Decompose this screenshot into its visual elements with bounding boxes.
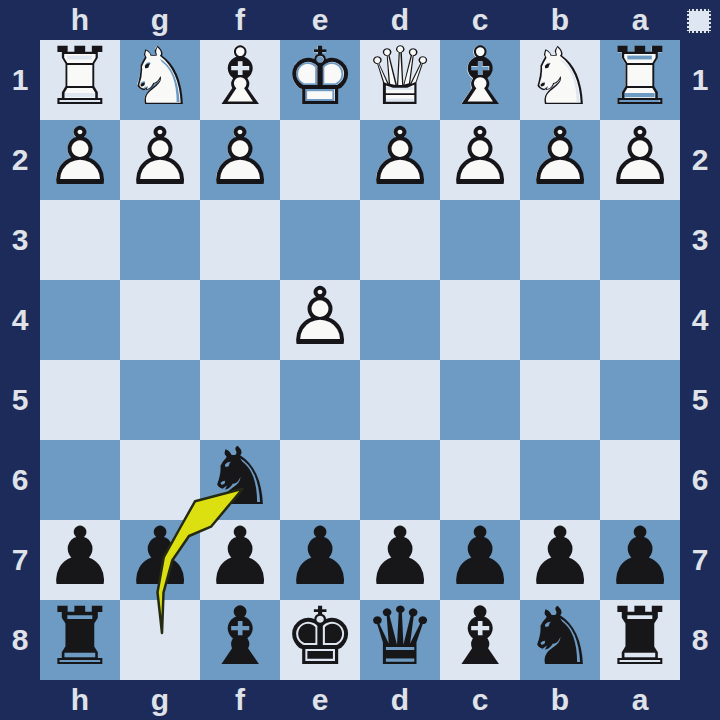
rank-labels-left: 12345678 bbox=[0, 40, 40, 680]
piece-white-pawn-f2[interactable]: ♟♙ bbox=[200, 120, 280, 200]
rank-label-3-right: 3 bbox=[680, 200, 720, 280]
square-e7[interactable]: ♟ bbox=[280, 520, 360, 600]
rank-label-1-right: 1 bbox=[680, 40, 720, 120]
black-piece-fill: ♟ bbox=[524, 517, 596, 597]
square-f8[interactable]: ♝ bbox=[200, 600, 280, 680]
square-d3[interactable] bbox=[360, 200, 440, 280]
piece-white-queen-d1[interactable]: ♛♕ bbox=[360, 40, 440, 120]
square-a1[interactable]: ♜♖ bbox=[600, 40, 680, 120]
white-piece-outline: ♗ bbox=[444, 37, 516, 117]
rank-labels-right: 12345678 bbox=[680, 40, 720, 680]
square-a2[interactable]: ♟♙ bbox=[600, 120, 680, 200]
rank-label-1-left: 1 bbox=[0, 40, 40, 120]
square-h6[interactable] bbox=[40, 440, 120, 520]
piece-black-knight-f6[interactable]: ♞ bbox=[200, 440, 280, 520]
rank-label-5-left: 5 bbox=[0, 360, 40, 440]
white-piece-outline: ♔ bbox=[284, 37, 356, 117]
square-h7[interactable]: ♟ bbox=[40, 520, 120, 600]
square-g6[interactable] bbox=[120, 440, 200, 520]
black-piece-fill: ♟ bbox=[204, 517, 276, 597]
black-piece-fill: ♜ bbox=[44, 597, 116, 677]
square-a3[interactable] bbox=[600, 200, 680, 280]
square-b3[interactable] bbox=[520, 200, 600, 280]
file-labels-bottom: hgfedcba bbox=[40, 680, 680, 720]
white-piece-outline: ♖ bbox=[44, 37, 116, 117]
rank-label-4-right: 4 bbox=[680, 280, 720, 360]
square-h4[interactable] bbox=[40, 280, 120, 360]
square-f4[interactable] bbox=[200, 280, 280, 360]
square-h8[interactable]: ♜ bbox=[40, 600, 120, 680]
piece-black-rook-h8[interactable]: ♜ bbox=[40, 600, 120, 680]
white-piece-outline: ♗ bbox=[204, 37, 276, 117]
square-g5[interactable] bbox=[120, 360, 200, 440]
square-d6[interactable] bbox=[360, 440, 440, 520]
piece-black-pawn-c7[interactable]: ♟ bbox=[440, 520, 520, 600]
square-d7[interactable]: ♟ bbox=[360, 520, 440, 600]
square-g7[interactable]: ♟ bbox=[120, 520, 200, 600]
square-d1[interactable]: ♛♕ bbox=[360, 40, 440, 120]
square-b2[interactable]: ♟♙ bbox=[520, 120, 600, 200]
square-a7[interactable]: ♟ bbox=[600, 520, 680, 600]
square-e6[interactable] bbox=[280, 440, 360, 520]
white-piece-outline: ♙ bbox=[124, 117, 196, 197]
piece-black-pawn-b7[interactable]: ♟ bbox=[520, 520, 600, 600]
square-c2[interactable]: ♟♙ bbox=[440, 120, 520, 200]
black-piece-fill: ♟ bbox=[44, 517, 116, 597]
white-piece-outline: ♙ bbox=[604, 117, 676, 197]
square-b7[interactable]: ♟ bbox=[520, 520, 600, 600]
square-a8[interactable]: ♜ bbox=[600, 600, 680, 680]
piece-white-rook-h1[interactable]: ♜♖ bbox=[40, 40, 120, 120]
piece-black-bishop-f8[interactable]: ♝ bbox=[200, 600, 280, 680]
file-label-d-bottom: d bbox=[360, 680, 440, 720]
piece-black-pawn-d7[interactable]: ♟ bbox=[360, 520, 440, 600]
rank-label-5-right: 5 bbox=[680, 360, 720, 440]
rank-label-2-right: 2 bbox=[680, 120, 720, 200]
square-b1[interactable]: ♞♘ bbox=[520, 40, 600, 120]
square-h5[interactable] bbox=[40, 360, 120, 440]
file-label-f-bottom: f bbox=[200, 680, 280, 720]
chess-board: ♜♖♞♘♝♗♚♔♛♕♝♗♞♘♜♖♟♙♟♙♟♙♟♙♟♙♟♙♟♙♟♙♞♟♟♟♟♟♟♟… bbox=[40, 40, 680, 680]
square-d4[interactable] bbox=[360, 280, 440, 360]
square-a6[interactable] bbox=[600, 440, 680, 520]
square-e5[interactable] bbox=[280, 360, 360, 440]
square-c5[interactable] bbox=[440, 360, 520, 440]
rank-label-6-right: 6 bbox=[680, 440, 720, 520]
square-c8[interactable]: ♝ bbox=[440, 600, 520, 680]
white-piece-outline: ♙ bbox=[444, 117, 516, 197]
square-e1[interactable]: ♚♔ bbox=[280, 40, 360, 120]
white-piece-outline: ♙ bbox=[524, 117, 596, 197]
rank-label-8-left: 8 bbox=[0, 600, 40, 680]
square-f2[interactable]: ♟♙ bbox=[200, 120, 280, 200]
piece-white-king-e1[interactable]: ♚♔ bbox=[280, 40, 360, 120]
white-piece-outline: ♖ bbox=[604, 37, 676, 117]
file-label-c-bottom: c bbox=[440, 680, 520, 720]
black-piece-fill: ♟ bbox=[284, 517, 356, 597]
white-piece-outline: ♙ bbox=[204, 117, 276, 197]
square-g2[interactable]: ♟♙ bbox=[120, 120, 200, 200]
white-piece-outline: ♙ bbox=[44, 117, 116, 197]
piece-black-knight-b8[interactable]: ♞ bbox=[520, 600, 600, 680]
rank-label-8-right: 8 bbox=[680, 600, 720, 680]
square-a4[interactable] bbox=[600, 280, 680, 360]
rank-label-6-left: 6 bbox=[0, 440, 40, 520]
black-piece-fill: ♚ bbox=[284, 597, 356, 677]
square-c4[interactable] bbox=[440, 280, 520, 360]
square-b5[interactable] bbox=[520, 360, 600, 440]
square-f6[interactable]: ♞ bbox=[200, 440, 280, 520]
square-d2[interactable]: ♟♙ bbox=[360, 120, 440, 200]
black-piece-fill: ♜ bbox=[604, 597, 676, 677]
rank-label-3-left: 3 bbox=[0, 200, 40, 280]
black-piece-fill: ♟ bbox=[124, 517, 196, 597]
square-h2[interactable]: ♟♙ bbox=[40, 120, 120, 200]
white-piece-outline: ♕ bbox=[364, 37, 436, 117]
black-piece-fill: ♞ bbox=[524, 597, 596, 677]
black-piece-fill: ♟ bbox=[444, 517, 516, 597]
square-d5[interactable] bbox=[360, 360, 440, 440]
black-piece-fill: ♟ bbox=[604, 517, 676, 597]
square-c3[interactable] bbox=[440, 200, 520, 280]
file-label-a-bottom: a bbox=[600, 680, 680, 720]
black-piece-fill: ♞ bbox=[204, 437, 276, 517]
square-g8[interactable] bbox=[120, 600, 200, 680]
piece-white-pawn-b2[interactable]: ♟♙ bbox=[520, 120, 600, 200]
square-e8[interactable]: ♚ bbox=[280, 600, 360, 680]
file-label-e-bottom: e bbox=[280, 680, 360, 720]
piece-black-pawn-f7[interactable]: ♟ bbox=[200, 520, 280, 600]
square-d8[interactable]: ♛ bbox=[360, 600, 440, 680]
piece-black-pawn-g7[interactable]: ♟ bbox=[120, 520, 200, 600]
square-h3[interactable] bbox=[40, 200, 120, 280]
white-piece-outline: ♙ bbox=[364, 117, 436, 197]
square-f3[interactable] bbox=[200, 200, 280, 280]
rank-label-4-left: 4 bbox=[0, 280, 40, 360]
piece-white-pawn-a2[interactable]: ♟♙ bbox=[600, 120, 680, 200]
square-f1[interactable]: ♝♗ bbox=[200, 40, 280, 120]
square-a5[interactable] bbox=[600, 360, 680, 440]
rank-label-7-left: 7 bbox=[0, 520, 40, 600]
piece-black-bishop-c8[interactable]: ♝ bbox=[440, 600, 520, 680]
piece-white-bishop-f1[interactable]: ♝♗ bbox=[200, 40, 280, 120]
black-piece-fill: ♝ bbox=[204, 597, 276, 677]
file-label-b-bottom: b bbox=[520, 680, 600, 720]
file-label-h-bottom: h bbox=[40, 680, 120, 720]
white-to-move-indicator bbox=[687, 9, 711, 33]
square-e3[interactable] bbox=[280, 200, 360, 280]
piece-white-bishop-c1[interactable]: ♝♗ bbox=[440, 40, 520, 120]
file-label-g-bottom: g bbox=[120, 680, 200, 720]
black-piece-fill: ♝ bbox=[444, 597, 516, 677]
square-h1[interactable]: ♜♖ bbox=[40, 40, 120, 120]
white-piece-outline: ♘ bbox=[524, 37, 596, 117]
square-g3[interactable] bbox=[120, 200, 200, 280]
white-piece-outline: ♙ bbox=[284, 277, 356, 357]
piece-black-pawn-e7[interactable]: ♟ bbox=[280, 520, 360, 600]
square-f7[interactable]: ♟ bbox=[200, 520, 280, 600]
square-c1[interactable]: ♝♗ bbox=[440, 40, 520, 120]
piece-white-knight-b1[interactable]: ♞♘ bbox=[520, 40, 600, 120]
square-g4[interactable] bbox=[120, 280, 200, 360]
piece-white-pawn-h2[interactable]: ♟♙ bbox=[40, 120, 120, 200]
piece-black-queen-d8[interactable]: ♛ bbox=[360, 600, 440, 680]
piece-white-pawn-d2[interactable]: ♟♙ bbox=[360, 120, 440, 200]
square-b8[interactable]: ♞ bbox=[520, 600, 600, 680]
piece-white-pawn-g2[interactable]: ♟♙ bbox=[120, 120, 200, 200]
rank-label-2-left: 2 bbox=[0, 120, 40, 200]
square-b4[interactable] bbox=[520, 280, 600, 360]
rank-label-7-right: 7 bbox=[680, 520, 720, 600]
piece-white-pawn-c2[interactable]: ♟♙ bbox=[440, 120, 520, 200]
square-b6[interactable] bbox=[520, 440, 600, 520]
piece-black-king-e8[interactable]: ♚ bbox=[280, 600, 360, 680]
piece-white-rook-a1[interactable]: ♜♖ bbox=[600, 40, 680, 120]
piece-white-knight-g1[interactable]: ♞♘ bbox=[120, 40, 200, 120]
square-f5[interactable] bbox=[200, 360, 280, 440]
square-c6[interactable] bbox=[440, 440, 520, 520]
piece-black-pawn-h7[interactable]: ♟ bbox=[40, 520, 120, 600]
piece-black-rook-a8[interactable]: ♜ bbox=[600, 600, 680, 680]
black-piece-fill: ♟ bbox=[364, 517, 436, 597]
piece-black-pawn-a7[interactable]: ♟ bbox=[600, 520, 680, 600]
square-e2[interactable] bbox=[280, 120, 360, 200]
square-e4[interactable]: ♟♙ bbox=[280, 280, 360, 360]
white-piece-outline: ♘ bbox=[124, 37, 196, 117]
square-g1[interactable]: ♞♘ bbox=[120, 40, 200, 120]
square-c7[interactable]: ♟ bbox=[440, 520, 520, 600]
black-piece-fill: ♛ bbox=[364, 597, 436, 677]
piece-white-pawn-e4[interactable]: ♟♙ bbox=[280, 280, 360, 360]
